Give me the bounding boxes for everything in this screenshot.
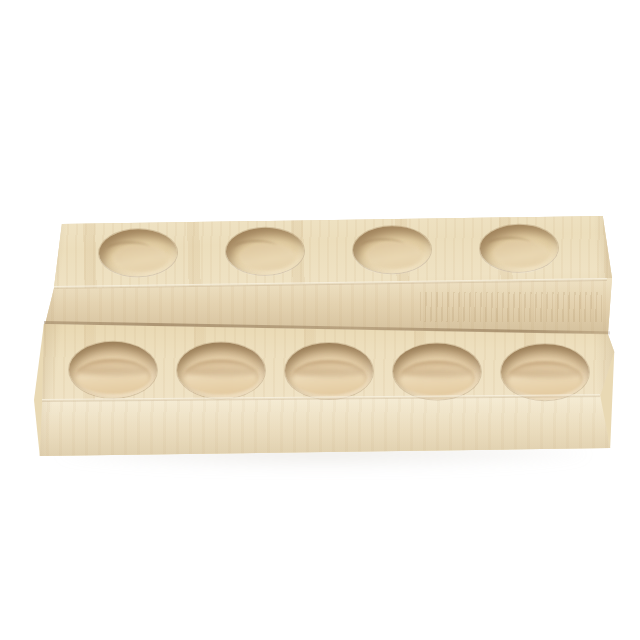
slot-front-4 — [393, 343, 481, 399]
front-slot-row — [59, 342, 599, 401]
slot-back-3 — [352, 226, 431, 274]
back-slot-row — [74, 224, 583, 277]
slot-back-2 — [225, 227, 304, 275]
slot-front-5 — [501, 344, 589, 400]
slot-front-3 — [285, 343, 373, 399]
slot-back-1 — [98, 229, 177, 277]
slot-back-4 — [479, 224, 558, 272]
slot-front-2 — [177, 342, 265, 398]
product-photo: Unfinished two-tier natural pine wood es… — [0, 0, 640, 640]
front-tier — [34, 316, 616, 460]
slot-front-1 — [69, 342, 157, 398]
wooden-rack — [0, 0, 640, 640]
